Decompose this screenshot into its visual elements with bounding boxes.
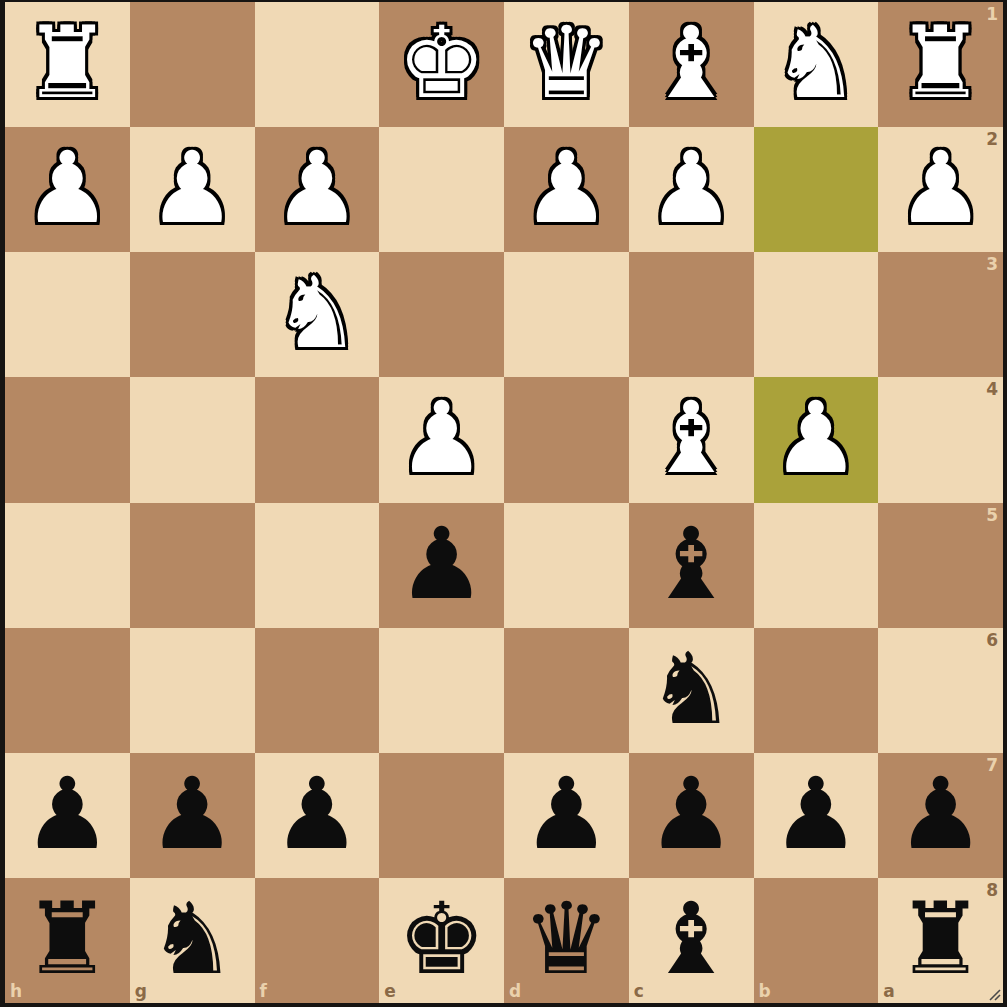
coordinate-file-a: a [883, 983, 894, 1000]
square-b1[interactable]: ♞ [754, 2, 879, 127]
square-b2[interactable] [754, 127, 879, 252]
coordinate-file-c: c [634, 983, 644, 1000]
coordinate-file-b: b [759, 983, 771, 1000]
coordinate-file-e: e [384, 983, 396, 1000]
square-d2[interactable]: ♟ [504, 127, 629, 252]
square-d5[interactable] [504, 503, 629, 628]
square-h2[interactable]: ♟ [5, 127, 130, 252]
square-a1[interactable]: ♜1 [878, 2, 1003, 127]
piece-black-pawn[interactable]: ♟ [397, 514, 486, 613]
square-g4[interactable] [130, 377, 255, 502]
square-h3[interactable] [5, 252, 130, 377]
piece-black-rook[interactable]: ♜ [23, 889, 112, 988]
piece-white-pawn[interactable]: ♟ [647, 138, 736, 237]
piece-white-pawn[interactable]: ♟ [522, 138, 611, 237]
square-f8[interactable]: f [255, 878, 380, 1003]
square-g3[interactable] [130, 252, 255, 377]
square-g6[interactable] [130, 628, 255, 753]
square-a5[interactable]: 5 [878, 503, 1003, 628]
square-h8[interactable]: ♜h [5, 878, 130, 1003]
square-d7[interactable]: ♟ [504, 753, 629, 878]
piece-black-queen[interactable]: ♛ [522, 889, 611, 988]
square-g7[interactable]: ♟ [130, 753, 255, 878]
piece-white-knight[interactable]: ♞ [771, 13, 860, 112]
square-b3[interactable] [754, 252, 879, 377]
coordinate-rank-8: 8 [986, 882, 998, 899]
piece-white-queen[interactable]: ♛ [522, 13, 611, 112]
piece-white-rook[interactable]: ♜ [23, 13, 112, 112]
piece-white-pawn[interactable]: ♟ [397, 388, 486, 487]
coordinate-rank-5: 5 [986, 507, 998, 524]
square-e4[interactable]: ♟ [379, 377, 504, 502]
coordinate-rank-6: 6 [986, 632, 998, 649]
piece-black-pawn[interactable]: ♟ [23, 764, 112, 863]
square-c7[interactable]: ♟ [629, 753, 754, 878]
square-e5[interactable]: ♟ [379, 503, 504, 628]
square-f1[interactable] [255, 2, 380, 127]
square-g8[interactable]: ♞g [130, 878, 255, 1003]
coordinate-file-h: h [10, 983, 22, 1000]
piece-black-pawn[interactable]: ♟ [647, 764, 736, 863]
piece-black-bishop[interactable]: ♝ [647, 889, 736, 988]
square-f7[interactable]: ♟ [255, 753, 380, 878]
square-d4[interactable] [504, 377, 629, 502]
coordinate-rank-2: 2 [986, 131, 998, 148]
coordinate-file-g: g [135, 983, 147, 1000]
square-a2[interactable]: ♟2 [878, 127, 1003, 252]
square-a7[interactable]: ♟7 [878, 753, 1003, 878]
coordinate-rank-4: 4 [986, 381, 998, 398]
square-a3[interactable]: 3 [878, 252, 1003, 377]
square-c6[interactable]: ♞ [629, 628, 754, 753]
square-c2[interactable]: ♟ [629, 127, 754, 252]
piece-black-rook[interactable]: ♜ [896, 889, 985, 988]
chess-board: ♜♚♛♝♞♜1♟♟♟♟♟♟2♞3♟♝♟4♟♝5♞6♟♟♟♟♟♟♟7♜h♞gf♚e… [5, 2, 1003, 1003]
square-b7[interactable]: ♟ [754, 753, 879, 878]
square-f4[interactable] [255, 377, 380, 502]
piece-white-pawn[interactable]: ♟ [148, 138, 237, 237]
piece-black-knight[interactable]: ♞ [647, 639, 736, 738]
square-e3[interactable] [379, 252, 504, 377]
square-h6[interactable] [5, 628, 130, 753]
piece-white-pawn[interactable]: ♟ [23, 138, 112, 237]
square-b6[interactable] [754, 628, 879, 753]
coordinate-file-f: f [260, 983, 267, 1000]
piece-black-king[interactable]: ♚ [397, 889, 486, 988]
coordinate-rank-1: 1 [986, 6, 998, 23]
square-a8[interactable]: ♜8a [878, 878, 1003, 1003]
square-d8[interactable]: ♛d [504, 878, 629, 1003]
piece-black-bishop[interactable]: ♝ [647, 514, 736, 613]
square-g1[interactable] [130, 2, 255, 127]
square-b4[interactable]: ♟ [754, 377, 879, 502]
square-e7[interactable] [379, 753, 504, 878]
square-f5[interactable] [255, 503, 380, 628]
piece-black-pawn[interactable]: ♟ [771, 764, 860, 863]
piece-white-king[interactable]: ♚ [397, 13, 486, 112]
square-f6[interactable] [255, 628, 380, 753]
piece-black-pawn[interactable]: ♟ [896, 764, 985, 863]
square-a6[interactable]: 6 [878, 628, 1003, 753]
chess-board-frame: ♜♚♛♝♞♜1♟♟♟♟♟♟2♞3♟♝♟4♟♝5♞6♟♟♟♟♟♟♟7♜h♞gf♚e… [0, 0, 1007, 1007]
square-b5[interactable] [754, 503, 879, 628]
resize-handle-icon[interactable] [988, 988, 1002, 1002]
piece-white-pawn[interactable]: ♟ [896, 138, 985, 237]
piece-black-pawn[interactable]: ♟ [522, 764, 611, 863]
square-c1[interactable]: ♝ [629, 2, 754, 127]
square-e6[interactable] [379, 628, 504, 753]
square-c5[interactable]: ♝ [629, 503, 754, 628]
square-e8[interactable]: ♚e [379, 878, 504, 1003]
square-h1[interactable]: ♜ [5, 2, 130, 127]
square-e2[interactable] [379, 127, 504, 252]
piece-black-pawn[interactable]: ♟ [272, 764, 361, 863]
square-h7[interactable]: ♟ [5, 753, 130, 878]
square-a4[interactable]: 4 [878, 377, 1003, 502]
square-c3[interactable] [629, 252, 754, 377]
square-g5[interactable] [130, 503, 255, 628]
piece-white-knight[interactable]: ♞ [272, 263, 361, 362]
square-h5[interactable] [5, 503, 130, 628]
square-h4[interactable] [5, 377, 130, 502]
square-d1[interactable]: ♛ [504, 2, 629, 127]
square-f2[interactable]: ♟ [255, 127, 380, 252]
square-f3[interactable]: ♞ [255, 252, 380, 377]
piece-white-pawn[interactable]: ♟ [272, 138, 361, 237]
piece-white-pawn[interactable]: ♟ [771, 388, 860, 487]
piece-black-knight[interactable]: ♞ [148, 889, 237, 988]
piece-white-rook[interactable]: ♜ [896, 13, 985, 112]
square-d3[interactable] [504, 252, 629, 377]
square-c8[interactable]: ♝c [629, 878, 754, 1003]
square-c4[interactable]: ♝ [629, 377, 754, 502]
piece-white-bishop[interactable]: ♝ [647, 13, 736, 112]
square-d6[interactable] [504, 628, 629, 753]
piece-white-bishop[interactable]: ♝ [647, 388, 736, 487]
square-g2[interactable]: ♟ [130, 127, 255, 252]
coordinate-file-d: d [509, 983, 521, 1000]
piece-black-pawn[interactable]: ♟ [148, 764, 237, 863]
square-e1[interactable]: ♚ [379, 2, 504, 127]
coordinate-rank-3: 3 [986, 256, 998, 273]
coordinate-rank-7: 7 [986, 757, 998, 774]
square-b8[interactable]: b [754, 878, 879, 1003]
